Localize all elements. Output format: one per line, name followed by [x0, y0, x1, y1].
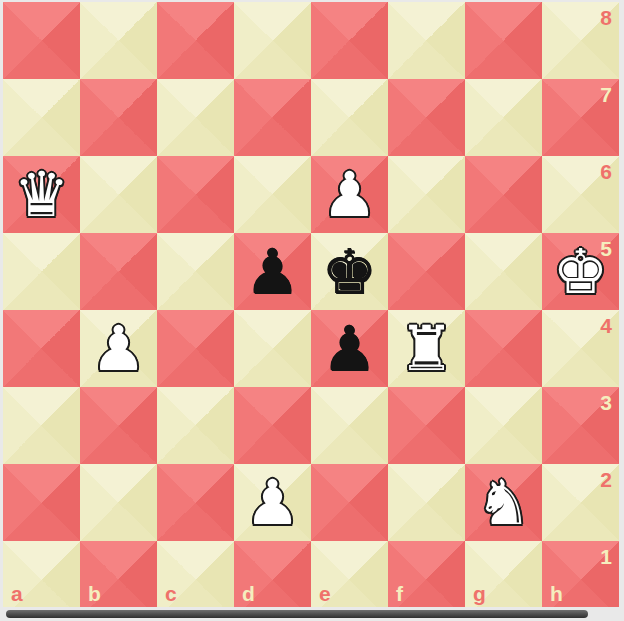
square-c4[interactable] [157, 310, 234, 387]
square-b2[interactable] [80, 464, 157, 541]
rank-label-1: 1 [600, 545, 612, 569]
piece-white-pawn-b4[interactable]: ♟ [80, 310, 157, 387]
square-g5[interactable] [465, 233, 542, 310]
square-c7[interactable] [157, 79, 234, 156]
square-b3[interactable] [80, 387, 157, 464]
square-f4[interactable]: ♜ [388, 310, 465, 387]
square-h8[interactable]: 8 [542, 2, 619, 79]
file-label-f: f [396, 582, 403, 606]
rank-label-6: 6 [600, 160, 612, 184]
piece-black-pawn-e4[interactable]: ♟ [311, 310, 388, 387]
square-g6[interactable] [465, 156, 542, 233]
square-e6[interactable]: ♟ [311, 156, 388, 233]
square-h2[interactable]: 2 [542, 464, 619, 541]
square-e3[interactable] [311, 387, 388, 464]
square-e5[interactable]: ♚ [311, 233, 388, 310]
square-d6[interactable] [234, 156, 311, 233]
square-d8[interactable] [234, 2, 311, 79]
file-label-e: e [319, 582, 331, 606]
rank-label-7: 7 [600, 83, 612, 107]
square-f3[interactable] [388, 387, 465, 464]
file-label-b: b [88, 582, 101, 606]
piece-white-pawn-e6[interactable]: ♟ [311, 156, 388, 233]
file-label-h: h [550, 582, 563, 606]
square-h5[interactable]: 5♚ [542, 233, 619, 310]
square-d3[interactable] [234, 387, 311, 464]
square-b4[interactable]: ♟ [80, 310, 157, 387]
horizontal-scrollbar-track[interactable] [0, 607, 624, 621]
square-b5[interactable] [80, 233, 157, 310]
square-h6[interactable]: 6 [542, 156, 619, 233]
piece-white-queen-a6[interactable]: ♛ [3, 156, 80, 233]
file-label-g: g [473, 582, 486, 606]
square-a7[interactable] [3, 79, 80, 156]
square-c8[interactable] [157, 2, 234, 79]
rank-label-3: 3 [600, 391, 612, 415]
square-a2[interactable] [3, 464, 80, 541]
piece-black-king-e5[interactable]: ♚ [311, 233, 388, 310]
rank-label-8: 8 [600, 6, 612, 30]
square-a3[interactable] [3, 387, 80, 464]
square-f6[interactable] [388, 156, 465, 233]
square-c5[interactable] [157, 233, 234, 310]
square-g4[interactable] [465, 310, 542, 387]
square-g3[interactable] [465, 387, 542, 464]
square-f7[interactable] [388, 79, 465, 156]
square-a4[interactable] [3, 310, 80, 387]
square-g2[interactable]: ♞ [465, 464, 542, 541]
square-d5[interactable]: ♟ [234, 233, 311, 310]
square-b6[interactable] [80, 156, 157, 233]
square-d7[interactable] [234, 79, 311, 156]
chess-board: 87♛♟6♟♚5♚♟♟♜43♟♞2abcdefg1h [3, 2, 619, 618]
piece-white-rook-f4[interactable]: ♜ [388, 310, 465, 387]
square-h7[interactable]: 7 [542, 79, 619, 156]
piece-white-knight-g2[interactable]: ♞ [465, 464, 542, 541]
square-g8[interactable] [465, 2, 542, 79]
file-label-d: d [242, 582, 255, 606]
square-e8[interactable] [311, 2, 388, 79]
square-c2[interactable] [157, 464, 234, 541]
piece-white-pawn-d2[interactable]: ♟ [234, 464, 311, 541]
square-g7[interactable] [465, 79, 542, 156]
rank-label-4: 4 [600, 314, 612, 338]
square-e2[interactable] [311, 464, 388, 541]
square-a5[interactable] [3, 233, 80, 310]
square-a6[interactable]: ♛ [3, 156, 80, 233]
file-label-c: c [165, 582, 177, 606]
square-e4[interactable]: ♟ [311, 310, 388, 387]
square-c3[interactable] [157, 387, 234, 464]
square-f8[interactable] [388, 2, 465, 79]
square-h3[interactable]: 3 [542, 387, 619, 464]
square-b8[interactable] [80, 2, 157, 79]
square-b7[interactable] [80, 79, 157, 156]
square-c6[interactable] [157, 156, 234, 233]
square-d4[interactable] [234, 310, 311, 387]
horizontal-scrollbar-thumb[interactable] [6, 610, 588, 618]
square-a8[interactable] [3, 2, 80, 79]
square-e7[interactable] [311, 79, 388, 156]
rank-label-2: 2 [600, 468, 612, 492]
square-f2[interactable] [388, 464, 465, 541]
piece-black-pawn-d5[interactable]: ♟ [234, 233, 311, 310]
square-h4[interactable]: 4 [542, 310, 619, 387]
square-f5[interactable] [388, 233, 465, 310]
file-label-a: a [11, 582, 23, 606]
square-d2[interactable]: ♟ [234, 464, 311, 541]
piece-white-king-h5[interactable]: ♚ [542, 233, 619, 310]
